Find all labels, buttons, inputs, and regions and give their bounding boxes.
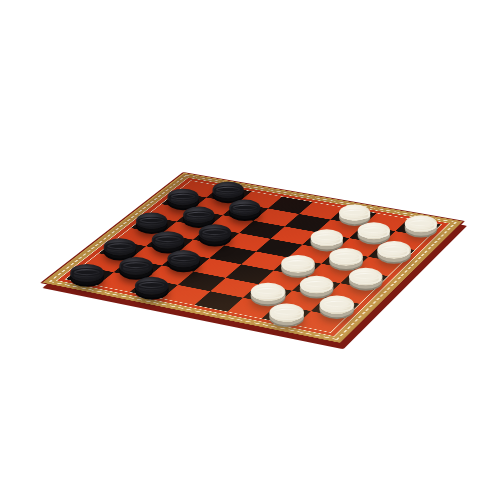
checker-white[interactable]: ⛂ <box>346 266 387 288</box>
checker-glyph: ⛂ <box>319 294 354 316</box>
checker-glyph: ⛂ <box>229 198 261 219</box>
product-photo: ⛂⛂⛂⛂⛂⛂⛂⛂⛂⛂⛂⛂⛂⛂⛂⛂⛂⛂⛂⛂⛂⛂⛂⛂ <box>0 0 500 500</box>
checker-black[interactable]: ⛂ <box>195 223 234 244</box>
checker-white[interactable]: ⛂ <box>316 294 358 316</box>
checker-white[interactable]: ⛂ <box>401 214 440 235</box>
checker-white[interactable]: ⛂ <box>374 240 414 261</box>
checker-glyph: ⛂ <box>199 223 232 244</box>
checker-black[interactable]: ⛂ <box>164 248 204 269</box>
checker-glyph: ⛂ <box>349 266 383 288</box>
checker-glyph: ⛂ <box>377 240 411 261</box>
checker-glyph: ⛂ <box>167 248 200 269</box>
checker-black[interactable]: ⛂ <box>131 275 172 297</box>
checker-glyph: ⛂ <box>269 302 304 325</box>
checker-glyph: ⛂ <box>70 262 104 284</box>
checker-white[interactable]: ⛂ <box>266 302 308 325</box>
checker-black[interactable]: ⛂ <box>226 198 264 219</box>
checker-glyph: ⛂ <box>134 275 168 297</box>
checker-black[interactable]: ⛂ <box>67 262 107 284</box>
checker-glyph: ⛂ <box>405 214 438 235</box>
